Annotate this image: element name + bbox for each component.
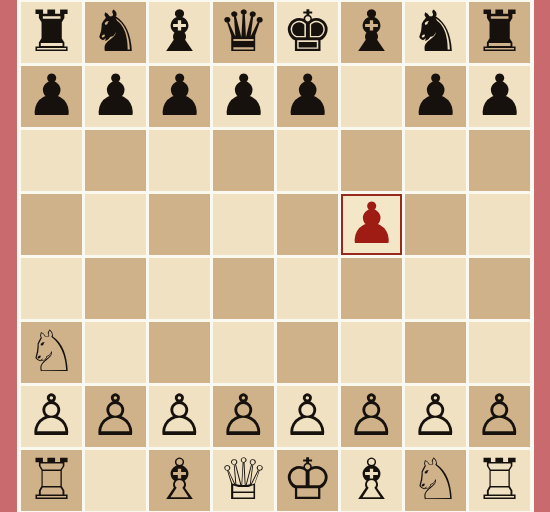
square-c3[interactable] [149,322,210,383]
square-g8[interactable]: ♞ [405,2,466,63]
square-f1[interactable]: ♗ [341,450,402,511]
square-h2[interactable]: ♙ [469,386,530,447]
square-h4[interactable] [469,258,530,319]
square-c4[interactable] [149,258,210,319]
square-c1[interactable]: ♗ [149,450,210,511]
square-d4[interactable] [213,258,274,319]
black-bishop-f8[interactable]: ♝ [346,2,397,62]
black-pawn-g7[interactable]: ♟ [410,66,461,126]
white-pawn-g2[interactable]: ♙ [410,386,461,446]
square-f6[interactable] [341,130,402,191]
square-b6[interactable] [85,130,146,191]
black-king-e8[interactable]: ♚ [282,2,333,62]
board-panel: ♜♞♝♛♚♝♞♜♟♟♟♟♟♟♟♟♘♙♙♙♙♙♙♙♙♖♗♕♔♗♘♖ [17,0,534,512]
square-e7[interactable]: ♟ [277,66,338,127]
square-b7[interactable]: ♟ [85,66,146,127]
square-d5[interactable] [213,194,274,255]
square-e8[interactable]: ♚ [277,2,338,63]
black-pawn-b7[interactable]: ♟ [90,66,141,126]
square-a1[interactable]: ♖ [21,450,82,511]
black-rook-h8[interactable]: ♜ [474,2,525,62]
square-a8[interactable]: ♜ [21,2,82,63]
square-c2[interactable]: ♙ [149,386,210,447]
square-h7[interactable]: ♟ [469,66,530,127]
square-g3[interactable] [405,322,466,383]
square-f3[interactable] [341,322,402,383]
square-e2[interactable]: ♙ [277,386,338,447]
square-a7[interactable]: ♟ [21,66,82,127]
square-d2[interactable]: ♙ [213,386,274,447]
square-b3[interactable] [85,322,146,383]
black-pawn-d7[interactable]: ♟ [218,66,269,126]
black-knight-b8[interactable]: ♞ [90,2,141,62]
square-f5[interactable]: ♟ [341,194,402,255]
white-pawn-e2[interactable]: ♙ [282,386,333,446]
square-g7[interactable]: ♟ [405,66,466,127]
black-queen-d8[interactable]: ♛ [218,2,269,62]
square-h1[interactable]: ♖ [469,450,530,511]
square-f2[interactable]: ♙ [341,386,402,447]
square-b4[interactable] [85,258,146,319]
square-g4[interactable] [405,258,466,319]
square-b5[interactable] [85,194,146,255]
square-b2[interactable]: ♙ [85,386,146,447]
white-pawn-a2[interactable]: ♙ [26,386,77,446]
white-king-e1[interactable]: ♔ [282,450,333,510]
square-h5[interactable] [469,194,530,255]
square-e1[interactable]: ♔ [277,450,338,511]
square-g1[interactable]: ♘ [405,450,466,511]
square-d6[interactable] [213,130,274,191]
square-b8[interactable]: ♞ [85,2,146,63]
white-rook-h1[interactable]: ♖ [474,450,525,510]
square-b1[interactable] [85,450,146,511]
square-a5[interactable] [21,194,82,255]
square-d8[interactable]: ♛ [213,2,274,63]
white-pawn-c2[interactable]: ♙ [154,386,205,446]
white-bishop-c1[interactable]: ♗ [154,450,205,510]
square-d3[interactable] [213,322,274,383]
square-h3[interactable] [469,322,530,383]
square-d1[interactable]: ♕ [213,450,274,511]
white-knight-g1[interactable]: ♘ [410,450,461,510]
square-g6[interactable] [405,130,466,191]
square-f8[interactable]: ♝ [341,2,402,63]
square-a4[interactable] [21,258,82,319]
square-g5[interactable] [405,194,466,255]
chess-board: ♜♞♝♛♚♝♞♜♟♟♟♟♟♟♟♟♘♙♙♙♙♙♙♙♙♖♗♕♔♗♘♖ [17,0,534,511]
white-pawn-f2[interactable]: ♙ [346,386,397,446]
black-bishop-c8[interactable]: ♝ [154,2,205,62]
square-c6[interactable] [149,130,210,191]
black-rook-a8[interactable]: ♜ [26,2,77,62]
white-rook-a1[interactable]: ♖ [26,450,77,510]
white-pawn-d2[interactable]: ♙ [218,386,269,446]
square-c7[interactable]: ♟ [149,66,210,127]
square-g2[interactable]: ♙ [405,386,466,447]
white-bishop-f1[interactable]: ♗ [346,450,397,510]
black-pawn-f5[interactable]: ♟ [346,194,397,254]
square-a6[interactable] [21,130,82,191]
square-f7[interactable] [341,66,402,127]
square-h6[interactable] [469,130,530,191]
square-c5[interactable] [149,194,210,255]
app-frame: { "game": "chess", "position": { "fen": … [0,0,550,512]
square-c8[interactable]: ♝ [149,2,210,63]
square-e5[interactable] [277,194,338,255]
black-pawn-c7[interactable]: ♟ [154,66,205,126]
white-knight-a3[interactable]: ♘ [26,322,77,382]
square-d7[interactable]: ♟ [213,66,274,127]
white-pawn-b2[interactable]: ♙ [90,386,141,446]
black-knight-g8[interactable]: ♞ [410,2,461,62]
white-pawn-h2[interactable]: ♙ [474,386,525,446]
square-a2[interactable]: ♙ [21,386,82,447]
white-queen-d1[interactable]: ♕ [218,450,269,510]
square-h8[interactable]: ♜ [469,2,530,63]
square-a3[interactable]: ♘ [21,322,82,383]
square-f4[interactable] [341,258,402,319]
square-e3[interactable] [277,322,338,383]
square-e4[interactable] [277,258,338,319]
square-e6[interactable] [277,130,338,191]
black-pawn-h7[interactable]: ♟ [474,66,525,126]
black-pawn-e7[interactable]: ♟ [282,66,333,126]
black-pawn-a7[interactable]: ♟ [26,66,77,126]
